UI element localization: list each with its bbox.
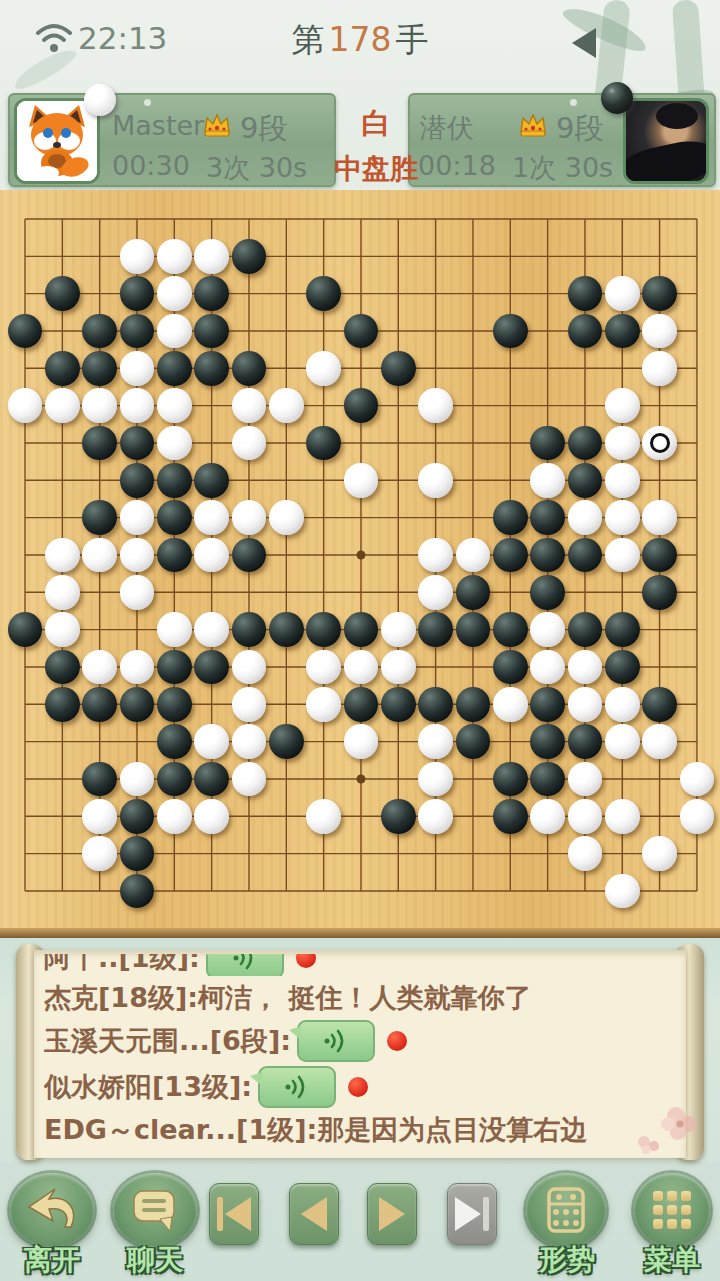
board-cell <box>380 648 417 685</box>
board-cell <box>268 760 305 797</box>
board-cell <box>44 387 81 424</box>
chat-message-text: 玉溪天元围...[6段]: <box>44 1023 291 1059</box>
voice-message-bubble[interactable] <box>297 1020 375 1062</box>
board-cell <box>454 648 491 685</box>
board-cell <box>380 499 417 536</box>
black-stone <box>568 463 603 498</box>
previous-move-button[interactable] <box>289 1183 339 1245</box>
board-cell <box>454 760 491 797</box>
board-cell <box>342 798 379 835</box>
board-cell <box>678 200 715 237</box>
board-cell <box>268 686 305 723</box>
leave-button[interactable] <box>10 1173 94 1247</box>
white-stone <box>82 836 117 871</box>
board-cell <box>118 835 155 872</box>
black-stone <box>232 351 267 386</box>
black-stone <box>530 538 565 573</box>
black-player-avatar[interactable] <box>623 98 709 184</box>
board-cell <box>492 835 529 872</box>
board-cell <box>6 686 43 723</box>
board-cell <box>193 835 230 872</box>
black-stone <box>157 687 192 722</box>
board-cell <box>156 350 193 387</box>
white-stone <box>418 538 453 573</box>
nail-dot <box>570 99 577 106</box>
white-player-avatar[interactable] <box>14 98 100 184</box>
board-cell <box>417 723 454 760</box>
board-cell <box>529 723 566 760</box>
board-cell <box>566 275 603 312</box>
unread-red-dot <box>296 954 316 968</box>
board-cell <box>566 872 603 909</box>
white-byoyomi: 3次 30s <box>206 150 307 186</box>
black-stone <box>120 836 155 871</box>
board-cell <box>604 424 641 461</box>
board-cell <box>230 275 267 312</box>
board-cell <box>641 648 678 685</box>
board-cell <box>492 574 529 611</box>
board-cell <box>81 835 118 872</box>
board-cell <box>417 648 454 685</box>
board-cell <box>342 760 379 797</box>
board-cell <box>268 723 305 760</box>
board-cell <box>305 872 342 909</box>
white-stone <box>120 388 155 423</box>
board-cell <box>156 536 193 573</box>
board-cell <box>44 275 81 312</box>
board-cell <box>230 536 267 573</box>
board-cell <box>6 499 43 536</box>
unread-red-dot <box>348 1077 368 1097</box>
board-cell <box>604 723 641 760</box>
black-stone <box>269 724 304 759</box>
chat-message: 阿丫..[1级]: <box>44 954 676 976</box>
board-cell <box>380 424 417 461</box>
board-cell <box>380 275 417 312</box>
board-cell <box>118 798 155 835</box>
chat-message: 杰克[18级]:柯洁， 挺住！人类就靠你了 <box>44 980 676 1016</box>
black-stone <box>157 724 192 759</box>
board-cell <box>305 574 342 611</box>
black-color-indicator-stone <box>601 82 633 114</box>
board-cell <box>230 723 267 760</box>
black-stone <box>120 276 155 311</box>
board-cell <box>454 611 491 648</box>
board-cell <box>566 835 603 872</box>
board-cell <box>305 760 342 797</box>
board-cell <box>342 872 379 909</box>
black-stone <box>493 799 528 834</box>
board-cell <box>380 798 417 835</box>
black-stone <box>232 538 267 573</box>
board-cell <box>342 574 379 611</box>
board-cell <box>529 872 566 909</box>
white-stone <box>344 650 379 685</box>
voice-message-bubble[interactable] <box>258 1066 336 1108</box>
board-cell <box>118 536 155 573</box>
board-cell <box>417 611 454 648</box>
board-cell <box>268 872 305 909</box>
board-cell <box>492 350 529 387</box>
white-stone <box>120 762 155 797</box>
white-stone <box>605 276 640 311</box>
white-stone <box>605 687 640 722</box>
board-cell <box>193 648 230 685</box>
board-cell <box>454 723 491 760</box>
board-cell <box>380 238 417 275</box>
board-cell <box>305 238 342 275</box>
board-cell <box>230 760 267 797</box>
board-cell <box>81 499 118 536</box>
black-stone <box>642 575 677 610</box>
board-cell <box>454 872 491 909</box>
white-rank-crown-icon <box>202 112 232 138</box>
board-cell <box>44 760 81 797</box>
board-cell <box>268 536 305 573</box>
board-cell <box>305 536 342 573</box>
menu-dots-icon <box>653 1191 691 1229</box>
board-cell <box>492 387 529 424</box>
board-cell <box>193 872 230 909</box>
chat-button-label[interactable]: 聊天 <box>100 1241 210 1279</box>
white-stone <box>680 762 715 797</box>
board-cell <box>230 686 267 723</box>
black-stone <box>344 388 379 423</box>
white-stone <box>605 463 640 498</box>
leave-button-label[interactable]: 离开 <box>0 1241 107 1279</box>
board-cell <box>641 760 678 797</box>
chat-message: 似水娇阳[13级]: <box>44 1066 676 1108</box>
board-cell <box>118 350 155 387</box>
board-cell <box>156 611 193 648</box>
board-cell <box>641 723 678 760</box>
board-cell <box>380 574 417 611</box>
white-stone <box>605 500 640 535</box>
board-cell <box>118 723 155 760</box>
black-stone <box>344 314 379 349</box>
board-cell <box>6 312 43 349</box>
board-cell <box>492 312 529 349</box>
white-stone <box>605 388 640 423</box>
board-cell <box>604 648 641 685</box>
board-cell <box>81 312 118 349</box>
board-cell <box>6 536 43 573</box>
board-cell <box>566 798 603 835</box>
white-stone <box>456 538 491 573</box>
board-cell <box>268 200 305 237</box>
board-cell <box>529 648 566 685</box>
board-cell <box>81 611 118 648</box>
board-cell <box>342 723 379 760</box>
board-cell <box>156 798 193 835</box>
black-stone <box>232 612 267 647</box>
board-cell <box>81 872 118 909</box>
white-stone <box>232 762 267 797</box>
black-stone <box>493 538 528 573</box>
next-move-button[interactable] <box>367 1183 417 1245</box>
black-stone <box>120 799 155 834</box>
black-stone <box>605 314 640 349</box>
black-stone <box>120 874 155 909</box>
board-cell <box>342 648 379 685</box>
board-cell <box>230 200 267 237</box>
board-cell <box>6 798 43 835</box>
board-cell <box>380 350 417 387</box>
black-stone <box>82 500 117 535</box>
board-cell <box>678 686 715 723</box>
board-cell <box>678 648 715 685</box>
board-cell <box>678 424 715 461</box>
black-stone <box>456 612 491 647</box>
black-stone <box>45 276 80 311</box>
board-cell <box>268 462 305 499</box>
board-cell <box>230 798 267 835</box>
white-stone <box>344 724 379 759</box>
white-stone <box>194 500 229 535</box>
black-stone <box>120 314 155 349</box>
white-stone <box>306 351 341 386</box>
board-cell <box>417 312 454 349</box>
board-cell <box>417 574 454 611</box>
board-cell <box>81 574 118 611</box>
board-cell <box>268 424 305 461</box>
white-stone <box>157 239 192 274</box>
board-cell <box>305 798 342 835</box>
black-stone <box>306 276 341 311</box>
board-cell <box>305 462 342 499</box>
board-cell <box>44 536 81 573</box>
board-cell <box>156 574 193 611</box>
board-cell <box>641 312 678 349</box>
board-cell <box>305 387 342 424</box>
black-stone <box>493 612 528 647</box>
black-stone <box>194 762 229 797</box>
board-cell <box>380 686 417 723</box>
nail-dot <box>144 99 151 106</box>
voice-wave-icon <box>228 954 262 971</box>
white-stone <box>120 575 155 610</box>
board-cell <box>641 798 678 835</box>
white-stone <box>605 538 640 573</box>
board-cell <box>44 648 81 685</box>
board-cell <box>305 312 342 349</box>
board-cell <box>44 611 81 648</box>
black-stone <box>269 612 304 647</box>
white-stone <box>568 836 603 871</box>
board-cell <box>566 686 603 723</box>
board-cell <box>604 611 641 648</box>
white-stone <box>82 538 117 573</box>
white-stone <box>642 836 677 871</box>
board-cell <box>678 499 715 536</box>
voice-message-bubble[interactable] <box>206 954 284 976</box>
board-cell <box>44 238 81 275</box>
board-cell <box>44 574 81 611</box>
board-cell <box>6 648 43 685</box>
board-cell <box>193 686 230 723</box>
board-cell <box>81 200 118 237</box>
analysis-button-label[interactable]: 形势 <box>512 1241 622 1279</box>
board-cell <box>193 611 230 648</box>
chat-button[interactable] <box>113 1173 197 1247</box>
black-stone <box>8 314 43 349</box>
board-cell <box>380 835 417 872</box>
board-cell <box>492 686 529 723</box>
black-stone <box>157 463 192 498</box>
black-stone <box>157 351 192 386</box>
board-cell <box>193 499 230 536</box>
black-stone <box>456 724 491 759</box>
board-cell <box>604 872 641 909</box>
white-stone <box>45 388 80 423</box>
voice-wave-icon <box>319 1028 353 1054</box>
board-cell <box>230 872 267 909</box>
menu-button[interactable] <box>634 1173 710 1247</box>
board-cell <box>641 238 678 275</box>
board-cell <box>529 238 566 275</box>
board-cell <box>566 312 603 349</box>
white-stone <box>605 426 640 461</box>
white-stone <box>568 650 603 685</box>
board-cell <box>268 238 305 275</box>
board-cell <box>641 574 678 611</box>
board-cell <box>81 275 118 312</box>
board-cell <box>566 424 603 461</box>
board-cell <box>193 574 230 611</box>
board-cell <box>678 760 715 797</box>
board-cell <box>156 760 193 797</box>
board-cell <box>492 275 529 312</box>
back-arrow-icon <box>25 1187 79 1233</box>
board-cell <box>6 462 43 499</box>
skip-start-icon <box>217 1197 251 1231</box>
board-cell <box>492 611 529 648</box>
black-stone <box>568 314 603 349</box>
white-stone <box>232 650 267 685</box>
board-cell <box>156 872 193 909</box>
board-cell <box>118 387 155 424</box>
board-cell <box>454 536 491 573</box>
black-stone <box>456 687 491 722</box>
board-cell <box>118 238 155 275</box>
white-stone <box>568 762 603 797</box>
black-stone <box>82 426 117 461</box>
board-cell <box>230 611 267 648</box>
chat-message-text: 杰克[18级]:柯洁， 挺住！人类就靠你了 <box>44 980 531 1016</box>
menu-button-label[interactable]: 菜单 <box>617 1241 720 1279</box>
board-cell <box>118 872 155 909</box>
white-stone <box>194 612 229 647</box>
board-cell <box>641 499 678 536</box>
board-cell <box>6 424 43 461</box>
board-cell <box>529 686 566 723</box>
black-stone <box>642 687 677 722</box>
board-cell <box>604 798 641 835</box>
board-cell <box>417 238 454 275</box>
board-cell <box>193 536 230 573</box>
board-cell <box>380 872 417 909</box>
board-cell <box>566 648 603 685</box>
black-stone <box>493 762 528 797</box>
black-stone <box>157 762 192 797</box>
board-cell <box>566 536 603 573</box>
black-rank-crown-icon <box>518 112 548 138</box>
black-player-name: 潜伏 <box>420 110 474 146</box>
board-cell <box>417 275 454 312</box>
board-cell <box>641 462 678 499</box>
black-stone <box>493 314 528 349</box>
analysis-button[interactable] <box>526 1173 606 1247</box>
board-cell <box>193 462 230 499</box>
board-cell <box>230 238 267 275</box>
black-stone <box>194 314 229 349</box>
white-stone <box>45 575 80 610</box>
board-cell <box>6 574 43 611</box>
board-cell <box>417 798 454 835</box>
board-cell <box>641 536 678 573</box>
board-cell <box>6 275 43 312</box>
board-cell <box>454 312 491 349</box>
board-cell <box>230 462 267 499</box>
chat-message-list[interactable]: 阿丫..[1级]:杰克[18级]:柯洁， 挺住！人类就靠你了玉溪天元围...[6… <box>44 954 676 1154</box>
board-cell <box>156 200 193 237</box>
board-cell <box>380 312 417 349</box>
board-cell <box>193 312 230 349</box>
board-cell <box>156 723 193 760</box>
board-cell <box>566 387 603 424</box>
go-board[interactable] <box>0 190 720 940</box>
board-cell <box>6 872 43 909</box>
black-stone <box>232 239 267 274</box>
board-cell <box>230 424 267 461</box>
abacus-icon <box>546 1186 586 1234</box>
black-stone <box>306 612 341 647</box>
board-cell <box>417 200 454 237</box>
board-cell <box>417 424 454 461</box>
board-cell <box>566 200 603 237</box>
board-cell <box>268 648 305 685</box>
board-cell <box>380 723 417 760</box>
board-cell <box>342 424 379 461</box>
board-cell <box>604 350 641 387</box>
board-cell <box>678 387 715 424</box>
board-cell <box>81 686 118 723</box>
white-stone <box>530 650 565 685</box>
board-cell <box>566 574 603 611</box>
black-stone <box>45 650 80 685</box>
board-cell <box>193 798 230 835</box>
skip-to-end-button[interactable] <box>447 1183 497 1245</box>
rewind-triangle-button[interactable] <box>572 28 596 58</box>
board-cell <box>529 499 566 536</box>
board-cell <box>230 648 267 685</box>
black-stone <box>642 276 677 311</box>
black-stone <box>530 687 565 722</box>
prev-move-icon <box>301 1197 327 1231</box>
board-cell <box>604 462 641 499</box>
board-cell <box>678 536 715 573</box>
black-stone <box>605 612 640 647</box>
board-cell <box>230 312 267 349</box>
black-stone <box>120 687 155 722</box>
board-cell <box>44 350 81 387</box>
black-byoyomi: 1次 30s <box>512 150 613 186</box>
board-cell <box>529 350 566 387</box>
board-cell <box>193 275 230 312</box>
board-cell <box>342 835 379 872</box>
white-stone <box>418 575 453 610</box>
skip-to-start-button[interactable] <box>209 1183 259 1245</box>
